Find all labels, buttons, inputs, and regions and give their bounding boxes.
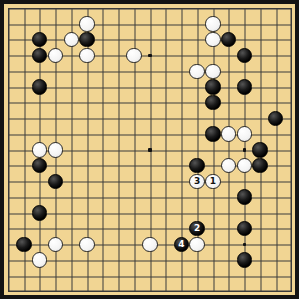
black-stone — [237, 48, 252, 63]
black-stone — [237, 221, 252, 236]
black-stone-move-4: 4 — [174, 237, 189, 252]
white-stone — [48, 142, 63, 157]
black-stone — [32, 205, 47, 220]
white-stone — [205, 16, 220, 31]
white-stone — [221, 158, 236, 173]
black-stone — [237, 252, 252, 267]
black-stone — [48, 174, 63, 189]
white-stone-move-3: 3 — [189, 174, 204, 189]
white-stone — [189, 64, 204, 79]
white-stone — [48, 48, 63, 63]
black-stone — [268, 111, 283, 126]
black-stone — [205, 126, 220, 141]
black-stone — [189, 158, 204, 173]
white-stone — [189, 237, 204, 252]
move-number: 4 — [178, 240, 184, 249]
black-stone — [16, 237, 31, 252]
white-stone — [237, 158, 252, 173]
black-stone — [205, 79, 220, 94]
white-stone — [142, 237, 157, 252]
black-stone — [237, 189, 252, 204]
white-stone — [79, 237, 94, 252]
stones-layer: 3124 — [0, 0, 299, 299]
black-stone — [79, 32, 94, 47]
black-stone — [205, 95, 220, 110]
move-number: 2 — [194, 224, 200, 233]
white-stone — [205, 64, 220, 79]
black-stone — [32, 158, 47, 173]
black-stone — [32, 32, 47, 47]
white-stone — [126, 48, 141, 63]
move-number: 1 — [210, 177, 216, 186]
white-stone — [79, 16, 94, 31]
white-stone — [221, 126, 236, 141]
black-stone — [32, 48, 47, 63]
black-stone — [252, 142, 267, 157]
go-board[interactable]: 3124 — [0, 0, 299, 299]
black-stone — [32, 79, 47, 94]
white-stone — [64, 32, 79, 47]
white-stone — [205, 32, 220, 47]
move-number: 3 — [194, 177, 200, 186]
white-stone — [32, 252, 47, 267]
white-stone-move-1: 1 — [205, 174, 220, 189]
black-stone — [252, 158, 267, 173]
black-stone — [237, 79, 252, 94]
white-stone — [48, 237, 63, 252]
white-stone — [79, 48, 94, 63]
white-stone — [32, 142, 47, 157]
white-stone — [237, 126, 252, 141]
black-stone — [221, 32, 236, 47]
black-stone-move-2: 2 — [189, 221, 204, 236]
go-diagram: 3124 — [0, 0, 299, 299]
